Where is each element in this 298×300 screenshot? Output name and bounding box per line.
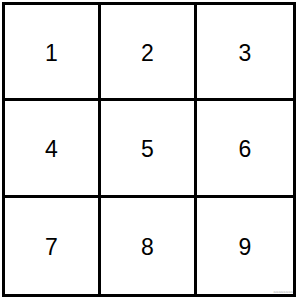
cell-number: 5 <box>141 138 154 161</box>
cell-r3c1[interactable]: 7 <box>5 198 101 294</box>
cell-r2c2[interactable]: 5 <box>101 101 197 197</box>
cell-r1c1[interactable]: 1 <box>5 5 101 101</box>
cell-number: 8 <box>141 236 154 259</box>
cell-number: 9 <box>239 236 252 259</box>
cell-number: 1 <box>45 42 58 65</box>
cell-r1c3[interactable]: 3 <box>197 5 293 101</box>
cell-r2c3[interactable]: 6 <box>197 101 293 197</box>
watermark-text: aaaaaaaa <box>274 290 293 294</box>
cell-number: 4 <box>45 138 58 161</box>
cell-number: 7 <box>45 236 58 259</box>
page: 1 2 3 4 5 6 7 8 9 aaaaaaaa <box>0 0 298 300</box>
cell-r1c2[interactable]: 2 <box>101 5 197 101</box>
cell-r3c3[interactable]: 9 <box>197 198 293 294</box>
cell-number: 2 <box>141 42 154 65</box>
cell-r2c1[interactable]: 4 <box>5 101 101 197</box>
cell-number: 6 <box>239 138 252 161</box>
cell-number: 3 <box>239 42 252 65</box>
grid-board: 1 2 3 4 5 6 7 8 9 <box>2 2 296 297</box>
cell-r3c2[interactable]: 8 <box>101 198 197 294</box>
